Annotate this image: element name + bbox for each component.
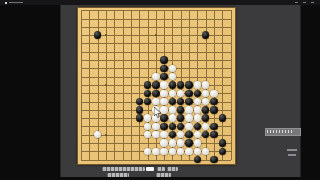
white-stone [160, 131, 167, 138]
white-stone [185, 148, 192, 155]
board-grid [81, 10, 230, 159]
white-stone [160, 139, 167, 146]
black-stone [160, 56, 167, 63]
black-stone [94, 31, 101, 38]
side-number-1 [287, 149, 297, 151]
white-stone [169, 65, 176, 72]
black-stone [136, 98, 143, 105]
black-stone [219, 114, 226, 121]
black-stone [202, 31, 209, 38]
white-stone [185, 114, 192, 121]
black-stone [160, 73, 167, 80]
white-stone [185, 106, 192, 113]
white-stone [194, 114, 201, 121]
black-stone [136, 106, 143, 113]
white-stone [169, 73, 176, 80]
star-point [105, 34, 107, 36]
black-stone [177, 81, 184, 88]
black-stone [177, 106, 184, 113]
black-stone [152, 90, 159, 97]
white-stone [194, 106, 201, 113]
white-stone [202, 123, 209, 130]
star-point [155, 34, 157, 36]
black-stone [169, 123, 176, 130]
white-stone [194, 131, 201, 138]
white-stone [194, 148, 201, 155]
black-stone [136, 114, 143, 121]
black-stone [185, 98, 192, 105]
toolbar-nav-buttons[interactable] [102, 167, 145, 171]
black-stone [169, 81, 176, 88]
white-stone [144, 131, 151, 138]
black-stone [144, 81, 151, 88]
white-stone [94, 131, 101, 138]
black-stone [210, 98, 217, 105]
black-stone [219, 148, 226, 155]
toolbar-button-group-3[interactable] [167, 167, 178, 171]
white-stone [202, 90, 209, 97]
black-stone [202, 106, 209, 113]
score-readout [265, 128, 301, 136]
grid-line-vertical [231, 10, 232, 160]
black-stone [160, 123, 167, 130]
white-stone [160, 81, 167, 88]
white-stone [160, 90, 167, 97]
toolbar-button-group-5[interactable] [156, 173, 171, 177]
black-stone [185, 90, 192, 97]
grid-line-horizontal [81, 143, 231, 144]
minimize-button[interactable] [295, 2, 298, 3]
grid-line-horizontal [81, 160, 231, 161]
white-stone [169, 106, 176, 113]
side-number-2 [288, 154, 296, 156]
app-window [0, 0, 320, 180]
content-panel [60, 5, 301, 177]
black-stone [169, 98, 176, 105]
close-button[interactable] [311, 2, 314, 3]
white-stone [202, 148, 209, 155]
star-point [105, 134, 107, 136]
white-stone [152, 98, 159, 105]
white-stone [177, 148, 184, 155]
black-stone [152, 81, 159, 88]
white-stone [194, 139, 201, 146]
black-stone [219, 139, 226, 146]
black-stone [160, 65, 167, 72]
black-stone [185, 131, 192, 138]
black-stone [144, 98, 151, 105]
white-stone [152, 148, 159, 155]
white-stone [152, 123, 159, 130]
white-stone [185, 123, 192, 130]
window-title [9, 2, 23, 4]
black-stone [202, 131, 209, 138]
black-stone [185, 81, 192, 88]
white-stone [169, 139, 176, 146]
white-stone [144, 123, 151, 130]
black-stone [177, 114, 184, 121]
white-stone [202, 81, 209, 88]
white-stone [177, 139, 184, 146]
toolbar-active-button[interactable] [146, 167, 154, 171]
white-stone [194, 98, 201, 105]
star-point [105, 84, 107, 86]
white-stone [210, 90, 217, 97]
white-stone [144, 114, 151, 121]
white-stone [160, 148, 167, 155]
maximize-button[interactable] [303, 2, 306, 3]
black-stone [210, 156, 217, 163]
black-stone [210, 131, 217, 138]
black-stone [177, 98, 184, 105]
black-stone [169, 131, 176, 138]
black-stone [194, 156, 201, 163]
black-stone [194, 90, 201, 97]
black-stone [177, 123, 184, 130]
white-stone [177, 90, 184, 97]
mouse-cursor [154, 107, 162, 118]
white-stone [144, 148, 151, 155]
white-stone [169, 148, 176, 155]
black-stone [202, 114, 209, 121]
black-stone [210, 123, 217, 130]
black-stone [194, 123, 201, 130]
white-stone [202, 98, 209, 105]
toolbar-button-group-4[interactable] [107, 173, 129, 177]
white-stone [169, 90, 176, 97]
white-stone [152, 73, 159, 80]
toolbar-button-group-2[interactable] [157, 167, 165, 171]
white-stone [169, 114, 176, 121]
black-stone [185, 139, 192, 146]
white-stone [177, 131, 184, 138]
black-stone [144, 90, 151, 97]
grid-line-vertical [222, 10, 223, 160]
white-stone [152, 131, 159, 138]
white-stone [194, 81, 201, 88]
white-stone [160, 98, 167, 105]
black-stone [210, 106, 217, 113]
go-board[interactable] [77, 7, 236, 165]
app-icon [5, 2, 7, 4]
